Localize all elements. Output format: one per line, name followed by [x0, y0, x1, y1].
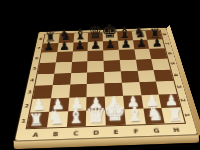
square-d6[interactable] [88, 51, 104, 62]
square-c1[interactable]: ♝ [66, 111, 86, 127]
rank-label-left-6: 6 [35, 56, 39, 60]
rank-label-left-2: 2 [24, 103, 29, 108]
chess-board: ♜♞♝♛♚♝♞♜♟♟♟♟♟♟♟♟♟♟♟♟♟♟♟♟♜♞♝♛♚♝♞♜ 8765432… [15, 28, 198, 141]
square-f5[interactable] [120, 60, 138, 71]
square-f4[interactable] [121, 70, 139, 82]
square-g5[interactable] [135, 59, 153, 70]
piece-white-knight[interactable]: ♞ [146, 105, 164, 124]
piece-black-pawn[interactable]: ♟ [136, 37, 147, 49]
piece-white-knight[interactable]: ♞ [47, 108, 65, 127]
piece-black-pawn[interactable]: ♟ [90, 39, 101, 51]
rank-label-left-4: 4 [30, 78, 35, 82]
rank-label-left-7: 7 [37, 46, 41, 50]
rank-label-right-3: 3 [176, 86, 183, 89]
square-e7[interactable]: ♟ [103, 41, 119, 51]
piece-white-rook[interactable]: ♜ [29, 111, 44, 128]
square-h4[interactable] [154, 69, 174, 81]
rank-label-right-5: 5 [169, 62, 176, 65]
square-h1[interactable]: ♜ [162, 108, 185, 124]
board-edge-front [14, 134, 200, 149]
square-b1[interactable]: ♞ [47, 112, 68, 128]
square-h7[interactable]: ♟ [147, 39, 164, 49]
piece-black-pawn[interactable]: ♟ [120, 38, 131, 50]
file-label-g: G [153, 126, 160, 133]
square-f1[interactable]: ♝ [124, 109, 145, 125]
square-c4[interactable] [70, 72, 88, 84]
square-c7[interactable]: ♟ [72, 42, 88, 52]
square-b6[interactable] [56, 52, 73, 63]
rank-label-right-4: 4 [172, 73, 179, 76]
piece-black-pawn[interactable]: ♟ [74, 39, 85, 51]
square-d7[interactable]: ♟ [88, 41, 103, 51]
piece-white-bishop[interactable]: ♝ [67, 106, 86, 127]
file-label-d: D [93, 128, 99, 135]
file-label-f: F [133, 127, 139, 134]
piece-black-pawn[interactable]: ♟ [105, 38, 116, 50]
square-c6[interactable] [72, 51, 88, 62]
square-f7[interactable]: ♟ [118, 40, 134, 50]
board-grid: ♜♞♝♛♚♝♞♜♟♟♟♟♟♟♟♟♟♟♟♟♟♟♟♟♜♞♝♛♚♝♞♜ [27, 30, 185, 128]
rank-label-left-3: 3 [27, 90, 32, 95]
rank-label-left-1: 1 [21, 118, 27, 124]
piece-white-bishop[interactable]: ♝ [126, 104, 145, 125]
rank-label-right-2: 2 [179, 99, 186, 102]
square-b7[interactable]: ♟ [57, 42, 73, 52]
file-label-b: B [53, 130, 59, 137]
rank-label-right-6: 6 [167, 52, 173, 55]
square-b5[interactable] [54, 62, 71, 74]
square-a1[interactable]: ♜ [27, 112, 49, 128]
square-e4[interactable] [104, 71, 122, 83]
square-e5[interactable] [104, 60, 121, 71]
piece-white-king[interactable]: ♚ [104, 100, 127, 125]
file-label-e: E [113, 128, 118, 135]
file-label-h: H [172, 125, 180, 132]
piece-white-rook[interactable]: ♜ [167, 106, 182, 123]
photo-background: ♜♞♝♛♚♝♞♜♟♟♟♟♟♟♟♟♟♟♟♟♟♟♟♟♜♞♝♛♚♝♞♜ 8765432… [0, 0, 200, 150]
file-label-a: A [32, 130, 39, 137]
piece-black-pawn[interactable]: ♟ [44, 40, 55, 52]
square-g6[interactable] [134, 49, 151, 60]
square-h6[interactable] [149, 48, 167, 59]
rank-label-left-5: 5 [32, 66, 37, 70]
rank-label-right-1: 1 [183, 113, 191, 117]
piece-black-pawn[interactable]: ♟ [151, 37, 162, 49]
square-e6[interactable] [103, 50, 119, 61]
square-d4[interactable] [87, 72, 104, 84]
square-a5[interactable] [38, 62, 56, 74]
square-a6[interactable] [40, 52, 57, 63]
square-g7[interactable]: ♟ [133, 40, 150, 50]
square-d5[interactable] [87, 61, 104, 72]
square-c5[interactable] [71, 61, 88, 73]
square-b4[interactable] [52, 73, 70, 85]
file-label-c: C [73, 129, 79, 136]
rank-label-right-8: 8 [162, 33, 168, 35]
square-h5[interactable] [151, 58, 170, 69]
rank-label-right-7: 7 [164, 42, 170, 44]
square-f6[interactable] [119, 49, 136, 60]
square-g1[interactable]: ♞ [143, 108, 165, 124]
square-e1[interactable]: ♚ [105, 110, 125, 126]
square-a4[interactable] [35, 73, 54, 85]
piece-black-pawn[interactable]: ♟ [59, 40, 70, 52]
